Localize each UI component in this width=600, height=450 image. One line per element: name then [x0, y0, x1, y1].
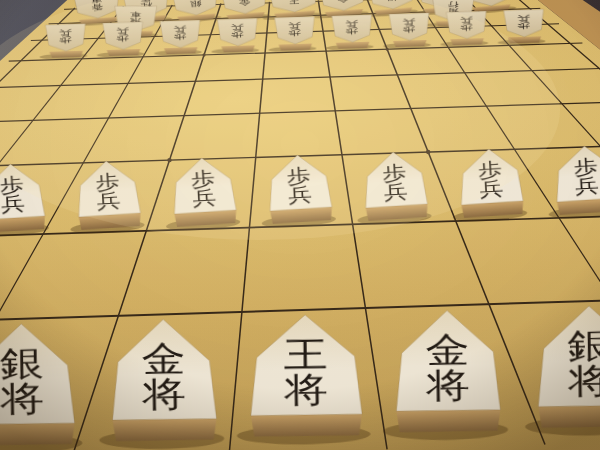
vignette: [0, 0, 600, 450]
shogi-board-scene: 香車桂馬銀将金将玉将金将銀将桂馬香車飛車角行歩兵歩兵歩兵歩兵歩兵歩兵歩兵歩兵歩兵…: [0, 0, 600, 450]
shogi-board-photo: 香車桂馬銀将金将玉将金将銀将桂馬香車飛車角行歩兵歩兵歩兵歩兵歩兵歩兵歩兵歩兵歩兵…: [0, 0, 600, 450]
